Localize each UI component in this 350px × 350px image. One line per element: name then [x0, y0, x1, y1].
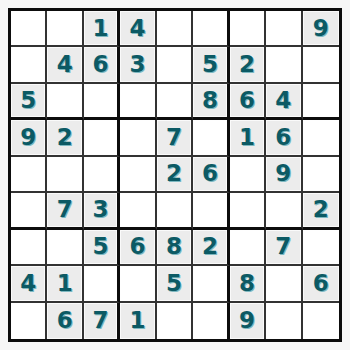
- cell-r2c9[interactable]: [303, 47, 339, 83]
- cell-r1c8[interactable]: [266, 11, 302, 47]
- cell-r6c6[interactable]: [193, 193, 229, 229]
- cell-r4c6[interactable]: [193, 120, 229, 156]
- cell-r6c9-given[interactable]: 2: [303, 193, 339, 229]
- cell-r8c9-given[interactable]: 6: [303, 266, 339, 302]
- cell-r7c7[interactable]: [230, 230, 266, 266]
- cell-r1c7[interactable]: [230, 11, 266, 47]
- cell-r3c4[interactable]: [120, 84, 156, 120]
- cell-r5c8-given[interactable]: 9: [266, 157, 302, 193]
- cell-r9c4-given[interactable]: 1: [120, 303, 156, 339]
- cell-r7c9[interactable]: [303, 230, 339, 266]
- cell-r1c4-given[interactable]: 4: [120, 11, 156, 47]
- cell-r7c2[interactable]: [47, 230, 83, 266]
- cell-r3c7-given[interactable]: 6: [230, 84, 266, 120]
- cell-r7c5-given[interactable]: 8: [157, 230, 193, 266]
- cell-r5c9[interactable]: [303, 157, 339, 193]
- cell-r3c5[interactable]: [157, 84, 193, 120]
- cell-r8c1-given[interactable]: 4: [11, 266, 47, 302]
- cell-r4c7-given[interactable]: 1: [230, 120, 266, 156]
- cell-r2c4-given[interactable]: 3: [120, 47, 156, 83]
- cell-r8c2-given[interactable]: 1: [47, 266, 83, 302]
- cell-r2c8[interactable]: [266, 47, 302, 83]
- cell-r3c2[interactable]: [47, 84, 83, 120]
- cell-r9c2-given[interactable]: 6: [47, 303, 83, 339]
- cell-r5c5-given[interactable]: 2: [157, 157, 193, 193]
- cell-r8c8[interactable]: [266, 266, 302, 302]
- cell-r1c1[interactable]: [11, 11, 47, 47]
- cell-r9c5[interactable]: [157, 303, 193, 339]
- cell-r9c3-given[interactable]: 7: [84, 303, 120, 339]
- cell-r8c4[interactable]: [120, 266, 156, 302]
- cell-r3c3[interactable]: [84, 84, 120, 120]
- cell-r6c2-given[interactable]: 7: [47, 193, 83, 229]
- cell-r8c6[interactable]: [193, 266, 229, 302]
- cell-r2c5[interactable]: [157, 47, 193, 83]
- cell-r2c2-given[interactable]: 4: [47, 47, 83, 83]
- cell-r5c1[interactable]: [11, 157, 47, 193]
- cell-r3c9[interactable]: [303, 84, 339, 120]
- cell-r6c4[interactable]: [120, 193, 156, 229]
- cell-r3c1-given[interactable]: 5: [11, 84, 47, 120]
- cell-r2c1[interactable]: [11, 47, 47, 83]
- cell-r7c3-given[interactable]: 5: [84, 230, 120, 266]
- cell-r1c2[interactable]: [47, 11, 83, 47]
- cell-r1c6[interactable]: [193, 11, 229, 47]
- cell-r8c5-given[interactable]: 5: [157, 266, 193, 302]
- cell-r5c6-given[interactable]: 6: [193, 157, 229, 193]
- cell-r8c3[interactable]: [84, 266, 120, 302]
- cell-r3c8-given[interactable]: 4: [266, 84, 302, 120]
- cell-r6c7[interactable]: [230, 193, 266, 229]
- cell-r4c3[interactable]: [84, 120, 120, 156]
- cell-r2c7-given[interactable]: 2: [230, 47, 266, 83]
- sudoku-board: 1494635258649271626973256827415866719: [8, 8, 342, 342]
- cell-r6c1[interactable]: [11, 193, 47, 229]
- cell-r7c1[interactable]: [11, 230, 47, 266]
- cell-r7c8-given[interactable]: 7: [266, 230, 302, 266]
- cell-r9c9[interactable]: [303, 303, 339, 339]
- cell-r4c8-given[interactable]: 6: [266, 120, 302, 156]
- cell-r3c6-given[interactable]: 8: [193, 84, 229, 120]
- cell-r5c4[interactable]: [120, 157, 156, 193]
- cell-r4c1-given[interactable]: 9: [11, 120, 47, 156]
- cell-r1c9-given[interactable]: 9: [303, 11, 339, 47]
- cell-r4c2-given[interactable]: 2: [47, 120, 83, 156]
- cell-r4c9[interactable]: [303, 120, 339, 156]
- cell-r6c8[interactable]: [266, 193, 302, 229]
- cell-r6c3-given[interactable]: 3: [84, 193, 120, 229]
- cell-r8c7-given[interactable]: 8: [230, 266, 266, 302]
- cell-r9c7-given[interactable]: 9: [230, 303, 266, 339]
- cell-r5c3[interactable]: [84, 157, 120, 193]
- cell-r6c5[interactable]: [157, 193, 193, 229]
- cell-r5c7[interactable]: [230, 157, 266, 193]
- cell-r1c3-given[interactable]: 1: [84, 11, 120, 47]
- cell-r9c1[interactable]: [11, 303, 47, 339]
- cell-r4c4[interactable]: [120, 120, 156, 156]
- cell-r9c6[interactable]: [193, 303, 229, 339]
- cell-r7c4-given[interactable]: 6: [120, 230, 156, 266]
- cell-r1c5[interactable]: [157, 11, 193, 47]
- cell-r7c6-given[interactable]: 2: [193, 230, 229, 266]
- cell-r5c2[interactable]: [47, 157, 83, 193]
- cell-r4c5-given[interactable]: 7: [157, 120, 193, 156]
- cell-r2c3-given[interactable]: 6: [84, 47, 120, 83]
- cell-r9c8[interactable]: [266, 303, 302, 339]
- cell-r2c6-given[interactable]: 5: [193, 47, 229, 83]
